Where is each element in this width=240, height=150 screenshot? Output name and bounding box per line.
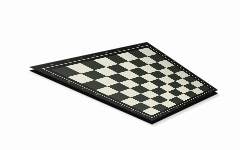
coordinate-label: 1 <box>41 62 62 68</box>
photo-background: abcdefgh abcdefgh 87654321 87654321 <box>0 0 240 150</box>
